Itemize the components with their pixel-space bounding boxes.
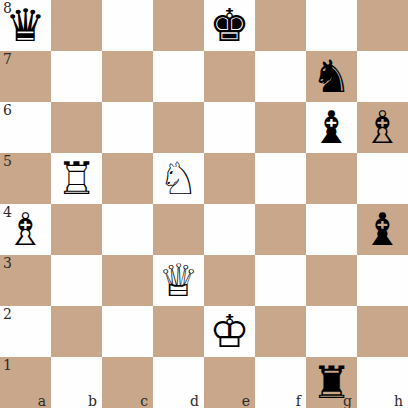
rank-label-7: 7: [3, 51, 12, 67]
square-a2[interactable]: 2: [0, 306, 51, 357]
square-b4[interactable]: [51, 204, 102, 255]
square-f3[interactable]: [255, 255, 306, 306]
square-h4[interactable]: ♝: [357, 204, 408, 255]
piece-black-king[interactable]: ♚: [204, 0, 255, 51]
square-f6[interactable]: [255, 102, 306, 153]
square-h6[interactable]: ♗: [357, 102, 408, 153]
file-label-f: f: [296, 393, 301, 408]
square-f5[interactable]: [255, 153, 306, 204]
square-f2[interactable]: [255, 306, 306, 357]
square-b2[interactable]: [51, 306, 102, 357]
piece-black-bishop[interactable]: ♝: [357, 204, 408, 255]
square-a3[interactable]: 3: [0, 255, 51, 306]
square-d4[interactable]: [153, 204, 204, 255]
square-h3[interactable]: [357, 255, 408, 306]
square-f8[interactable]: [255, 0, 306, 51]
square-d5[interactable]: ♘: [153, 153, 204, 204]
file-label-c: c: [140, 393, 148, 408]
square-a5[interactable]: 5: [0, 153, 51, 204]
square-h2[interactable]: [357, 306, 408, 357]
rank-label-1: 1: [3, 357, 12, 373]
square-d7[interactable]: [153, 51, 204, 102]
square-g8[interactable]: [306, 0, 357, 51]
rank-label-2: 2: [3, 306, 12, 322]
square-b6[interactable]: [51, 102, 102, 153]
square-f1[interactable]: f: [255, 357, 306, 408]
file-label-b: b: [88, 393, 97, 408]
square-e7[interactable]: [204, 51, 255, 102]
square-e4[interactable]: [204, 204, 255, 255]
square-b8[interactable]: [51, 0, 102, 51]
piece-white-bishop[interactable]: ♗: [357, 102, 408, 153]
square-e1[interactable]: e: [204, 357, 255, 408]
square-a7[interactable]: 7: [0, 51, 51, 102]
square-d6[interactable]: [153, 102, 204, 153]
square-g5[interactable]: [306, 153, 357, 204]
square-e2[interactable]: ♔: [204, 306, 255, 357]
piece-white-bishop[interactable]: ♗: [0, 204, 51, 255]
square-b7[interactable]: [51, 51, 102, 102]
square-c8[interactable]: [102, 0, 153, 51]
square-e8[interactable]: ♚: [204, 0, 255, 51]
piece-black-rook[interactable]: ♜: [306, 357, 357, 408]
piece-white-knight[interactable]: ♘: [153, 153, 204, 204]
chess-board: ♛8♚7♞6♝♗5♖♘♗4♝3♕2♔1abcdef♜gh: [0, 0, 408, 408]
square-a6[interactable]: 6: [0, 102, 51, 153]
piece-white-queen[interactable]: ♕: [153, 255, 204, 306]
square-g6[interactable]: ♝: [306, 102, 357, 153]
square-g1[interactable]: ♜g: [306, 357, 357, 408]
square-b3[interactable]: [51, 255, 102, 306]
square-d8[interactable]: [153, 0, 204, 51]
square-h8[interactable]: [357, 0, 408, 51]
square-g4[interactable]: [306, 204, 357, 255]
square-g3[interactable]: [306, 255, 357, 306]
square-c1[interactable]: c: [102, 357, 153, 408]
chess-board-grid: ♛8♚7♞6♝♗5♖♘♗4♝3♕2♔1abcdef♜gh: [0, 0, 408, 408]
square-c2[interactable]: [102, 306, 153, 357]
square-a4[interactable]: ♗4: [0, 204, 51, 255]
square-d2[interactable]: [153, 306, 204, 357]
square-f4[interactable]: [255, 204, 306, 255]
square-e5[interactable]: [204, 153, 255, 204]
square-c5[interactable]: [102, 153, 153, 204]
square-e3[interactable]: [204, 255, 255, 306]
piece-white-king[interactable]: ♔: [204, 306, 255, 357]
square-a1[interactable]: 1a: [0, 357, 51, 408]
square-f7[interactable]: [255, 51, 306, 102]
piece-black-bishop[interactable]: ♝: [306, 102, 357, 153]
file-label-d: d: [190, 393, 199, 408]
square-g2[interactable]: [306, 306, 357, 357]
piece-black-queen[interactable]: ♛: [0, 0, 51, 51]
square-d3[interactable]: ♕: [153, 255, 204, 306]
piece-white-rook[interactable]: ♖: [51, 153, 102, 204]
file-label-e: e: [242, 393, 250, 408]
square-c4[interactable]: [102, 204, 153, 255]
piece-black-knight[interactable]: ♞: [306, 51, 357, 102]
square-c6[interactable]: [102, 102, 153, 153]
square-a8[interactable]: ♛8: [0, 0, 51, 51]
square-h7[interactable]: [357, 51, 408, 102]
square-h1[interactable]: h: [357, 357, 408, 408]
file-label-h: h: [394, 393, 403, 408]
square-b1[interactable]: b: [51, 357, 102, 408]
square-d1[interactable]: d: [153, 357, 204, 408]
rank-label-3: 3: [3, 255, 12, 271]
square-h5[interactable]: [357, 153, 408, 204]
square-b5[interactable]: ♖: [51, 153, 102, 204]
square-c3[interactable]: [102, 255, 153, 306]
rank-label-6: 6: [3, 102, 12, 118]
square-c7[interactable]: [102, 51, 153, 102]
square-e6[interactable]: [204, 102, 255, 153]
file-label-a: a: [38, 393, 46, 408]
rank-label-5: 5: [3, 153, 12, 169]
square-g7[interactable]: ♞: [306, 51, 357, 102]
